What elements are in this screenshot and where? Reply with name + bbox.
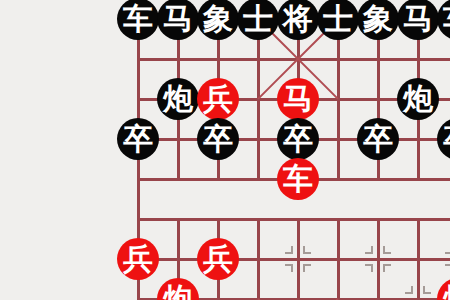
piece-black-soldier[interactable]: 卒 xyxy=(277,118,319,160)
piece-black-cannon[interactable]: 炮 xyxy=(157,78,199,120)
point-marker xyxy=(445,246,450,254)
point-marker xyxy=(303,264,311,272)
board-line xyxy=(137,218,450,221)
xiangqi-board: 车马象士将士象马车炮兵马炮卒卒卒卒卒车兵兵炮炮 xyxy=(0,0,450,300)
board-line xyxy=(377,218,380,300)
point-marker xyxy=(285,246,293,254)
piece-black-elephant[interactable]: 象 xyxy=(197,0,239,40)
piece-black-elephant[interactable]: 象 xyxy=(357,0,399,40)
piece-black-advisor[interactable]: 士 xyxy=(317,0,359,40)
board-line xyxy=(337,218,340,300)
piece-red-soldier[interactable]: 兵 xyxy=(117,238,159,280)
point-marker xyxy=(423,286,431,294)
piece-red-soldier[interactable]: 兵 xyxy=(197,238,239,280)
point-marker xyxy=(383,264,391,272)
piece-black-soldier[interactable]: 卒 xyxy=(437,118,450,160)
xiangqi-app: 车马象士将士象马车炮兵马炮卒卒卒卒卒车兵兵炮炮 xyxy=(0,0,450,300)
piece-black-soldier[interactable]: 卒 xyxy=(357,118,399,160)
board-line xyxy=(417,218,420,300)
board-line xyxy=(297,218,300,300)
point-marker xyxy=(365,264,373,272)
point-marker xyxy=(445,264,450,272)
board-line xyxy=(257,218,260,300)
board-line xyxy=(137,58,450,61)
point-marker xyxy=(285,264,293,272)
point-marker xyxy=(365,246,373,254)
piece-red-soldier[interactable]: 兵 xyxy=(197,78,239,120)
piece-black-cannon[interactable]: 炮 xyxy=(397,78,439,120)
point-marker xyxy=(303,246,311,254)
piece-black-advisor[interactable]: 士 xyxy=(237,0,279,40)
board-line xyxy=(137,258,450,261)
piece-red-cannon[interactable]: 炮 xyxy=(437,278,450,300)
piece-black-chariot[interactable]: 车 xyxy=(437,0,450,40)
piece-black-soldier[interactable]: 卒 xyxy=(117,118,159,160)
piece-black-horse[interactable]: 马 xyxy=(157,0,199,40)
piece-black-soldier[interactable]: 卒 xyxy=(197,118,239,160)
piece-black-general[interactable]: 将 xyxy=(277,0,319,40)
piece-red-chariot[interactable]: 车 xyxy=(277,158,319,200)
piece-black-chariot[interactable]: 车 xyxy=(117,0,159,40)
point-marker xyxy=(383,246,391,254)
piece-black-horse[interactable]: 马 xyxy=(397,0,439,40)
piece-red-cannon[interactable]: 炮 xyxy=(157,278,199,300)
point-marker xyxy=(405,286,413,294)
piece-red-horse[interactable]: 马 xyxy=(277,78,319,120)
